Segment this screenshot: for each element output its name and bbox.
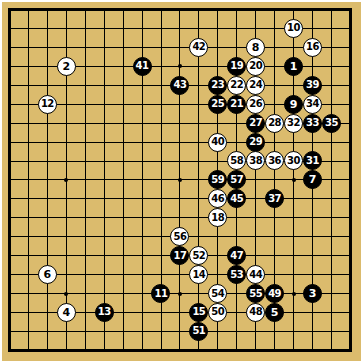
stone-black-45: 45 xyxy=(227,189,246,208)
stone-white-46: 46 xyxy=(208,189,227,208)
stone-white-44: 44 xyxy=(246,265,265,284)
stone-white-42: 42 xyxy=(189,38,208,57)
stone-white-54: 54 xyxy=(208,284,227,303)
stone-black-5: 5 xyxy=(265,303,284,322)
stone-black-15: 15 xyxy=(189,303,208,322)
stone-black-29: 29 xyxy=(246,133,265,152)
stone-white-18: 18 xyxy=(208,208,227,227)
stone-black-37: 37 xyxy=(265,189,284,208)
page-margin-left xyxy=(0,0,2,361)
stone-white-52: 52 xyxy=(189,246,208,265)
stone-black-13: 13 xyxy=(95,303,114,322)
stone-white-48: 48 xyxy=(246,303,265,322)
stone-black-53: 53 xyxy=(227,265,246,284)
stone-black-1: 1 xyxy=(284,57,303,76)
stone-black-25: 25 xyxy=(208,95,227,114)
stone-white-26: 26 xyxy=(246,95,265,114)
stone-white-22: 22 xyxy=(227,76,246,95)
page-margin-top xyxy=(0,0,361,2)
go-board[interactable]: 1234567891011121314151617181920212223242… xyxy=(0,0,361,361)
stone-black-41: 41 xyxy=(133,57,152,76)
stone-black-43: 43 xyxy=(170,76,189,95)
stone-black-17: 17 xyxy=(170,246,189,265)
stone-black-57: 57 xyxy=(227,170,246,189)
stone-white-16: 16 xyxy=(303,38,322,57)
stone-white-56: 56 xyxy=(170,227,189,246)
stones-layer: 1234567891011121314151617181920212223242… xyxy=(0,0,360,360)
stone-white-58: 58 xyxy=(227,151,246,170)
stone-black-19: 19 xyxy=(227,57,246,76)
stone-black-11: 11 xyxy=(151,284,170,303)
stone-black-49: 49 xyxy=(265,284,284,303)
stone-white-34: 34 xyxy=(303,95,322,114)
stone-white-28: 28 xyxy=(265,114,284,133)
stone-white-14: 14 xyxy=(189,265,208,284)
stone-black-51: 51 xyxy=(189,322,208,341)
stone-black-35: 35 xyxy=(322,114,341,133)
stone-black-27: 27 xyxy=(246,114,265,133)
stone-white-30: 30 xyxy=(284,151,303,170)
stone-white-20: 20 xyxy=(246,57,265,76)
stone-white-24: 24 xyxy=(246,76,265,95)
stone-black-33: 33 xyxy=(303,114,322,133)
stone-white-8: 8 xyxy=(246,38,265,57)
stone-black-59: 59 xyxy=(208,170,227,189)
stone-white-32: 32 xyxy=(284,114,303,133)
stone-black-3: 3 xyxy=(303,284,322,303)
stone-white-38: 38 xyxy=(246,151,265,170)
stone-white-36: 36 xyxy=(265,151,284,170)
stone-white-50: 50 xyxy=(208,303,227,322)
stone-white-2: 2 xyxy=(57,57,76,76)
stone-white-40: 40 xyxy=(208,133,227,152)
stone-black-39: 39 xyxy=(303,76,322,95)
stone-white-12: 12 xyxy=(38,95,57,114)
stone-black-21: 21 xyxy=(227,95,246,114)
stone-white-6: 6 xyxy=(38,265,57,284)
stone-black-23: 23 xyxy=(208,76,227,95)
stone-black-7: 7 xyxy=(303,170,322,189)
stone-white-4: 4 xyxy=(57,303,76,322)
stone-black-9: 9 xyxy=(284,95,303,114)
stone-white-10: 10 xyxy=(284,19,303,38)
stone-black-31: 31 xyxy=(303,151,322,170)
go-diagram: 1234567891011121314151617181920212223242… xyxy=(0,0,361,361)
stone-black-47: 47 xyxy=(227,246,246,265)
stone-black-55: 55 xyxy=(246,284,265,303)
